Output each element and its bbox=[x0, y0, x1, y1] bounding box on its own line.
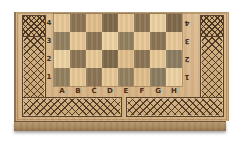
square-g3 bbox=[150, 32, 166, 50]
square-h3 bbox=[166, 32, 182, 50]
bottom-left-knotwork-panel bbox=[22, 97, 122, 117]
right-knotwork-border bbox=[200, 15, 224, 99]
chess-grid-area: 4321 4321 ABĆDEFGH bbox=[44, 14, 192, 96]
square-h4 bbox=[166, 14, 182, 32]
rank-label-1: 1 bbox=[44, 68, 54, 86]
rank-label-2: 2 bbox=[44, 50, 54, 68]
square-d3 bbox=[102, 32, 118, 50]
square-a2 bbox=[54, 50, 70, 68]
right-corner-knot bbox=[200, 15, 224, 37]
chess-grid bbox=[54, 14, 182, 86]
square-f3 bbox=[134, 32, 150, 50]
left-corner-knot bbox=[22, 15, 46, 37]
board-front-edge bbox=[14, 121, 226, 131]
file-label-f: F bbox=[134, 86, 150, 96]
rank-label-3: 3 bbox=[44, 32, 54, 50]
square-a4 bbox=[54, 14, 70, 32]
label-spacer bbox=[44, 86, 54, 96]
square-b1 bbox=[70, 68, 86, 86]
square-a3 bbox=[54, 32, 70, 50]
square-d2 bbox=[102, 50, 118, 68]
square-f2 bbox=[134, 50, 150, 68]
square-f1 bbox=[134, 68, 150, 86]
file-label-d: D bbox=[102, 86, 118, 96]
file-labels: ABĆDEFGH bbox=[44, 86, 192, 96]
left-knotwork-border bbox=[22, 15, 46, 99]
square-g4 bbox=[150, 14, 166, 32]
square-f4 bbox=[134, 14, 150, 32]
square-b2 bbox=[70, 50, 86, 68]
file-label-c: Ć bbox=[86, 86, 102, 96]
square-c4 bbox=[86, 14, 102, 32]
square-b3 bbox=[70, 32, 86, 50]
square-a1 bbox=[54, 68, 70, 86]
file-label-g: G bbox=[150, 86, 166, 96]
square-h2 bbox=[166, 50, 182, 68]
square-e4 bbox=[118, 14, 134, 32]
square-c1 bbox=[86, 68, 102, 86]
rank-labels-right: 4321 bbox=[182, 14, 192, 86]
square-c3 bbox=[86, 32, 102, 50]
square-e1 bbox=[118, 68, 134, 86]
rank-label-4: 4 bbox=[182, 14, 192, 32]
square-g1 bbox=[150, 68, 166, 86]
rank-label-2: 2 bbox=[182, 50, 192, 68]
square-h1 bbox=[166, 68, 182, 86]
square-e3 bbox=[118, 32, 134, 50]
square-b4 bbox=[70, 14, 86, 32]
product-photo-background: 4321 4321 ABĆDEFGH bbox=[0, 0, 240, 150]
file-label-b: B bbox=[70, 86, 86, 96]
file-label-a: A bbox=[54, 86, 70, 96]
square-d1 bbox=[102, 68, 118, 86]
square-g2 bbox=[150, 50, 166, 68]
rank-labels-left: 4321 bbox=[44, 14, 54, 86]
file-label-e: E bbox=[118, 86, 134, 96]
rank-label-1: 1 bbox=[182, 68, 192, 86]
square-e2 bbox=[118, 50, 134, 68]
label-spacer bbox=[182, 86, 192, 96]
bottom-right-knotwork-panel bbox=[126, 97, 224, 117]
file-label-h: H bbox=[166, 86, 182, 96]
board-face: 4321 4321 ABĆDEFGH bbox=[14, 12, 229, 121]
square-d4 bbox=[102, 14, 118, 32]
rank-label-3: 3 bbox=[182, 32, 192, 50]
square-c2 bbox=[86, 50, 102, 68]
rank-label-4: 4 bbox=[44, 14, 54, 32]
wooden-chessboard-half: 4321 4321 ABĆDEFGH bbox=[14, 12, 226, 130]
